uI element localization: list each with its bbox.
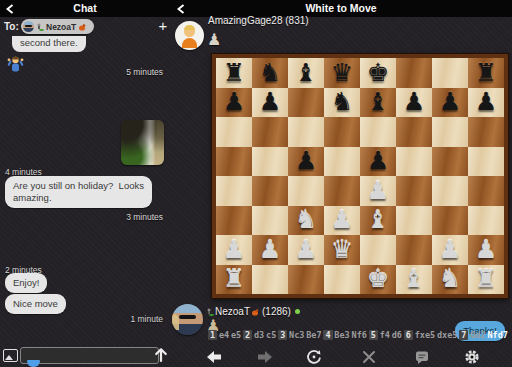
previous-move-icon[interactable] xyxy=(206,349,222,365)
square-h2[interactable]: ♟ xyxy=(468,235,504,265)
white-knight: ♞ xyxy=(439,265,461,293)
white-pawn: ♟ xyxy=(439,236,461,264)
square-f6[interactable] xyxy=(396,117,432,147)
white-queen: ♛ xyxy=(331,236,353,264)
square-e8[interactable]: ♚ xyxy=(360,58,396,88)
square-h7[interactable]: ♟ xyxy=(468,88,504,118)
square-d6[interactable] xyxy=(324,117,360,147)
square-g7[interactable]: ♟ xyxy=(432,88,468,118)
square-e5[interactable]: ♟ xyxy=(360,147,396,177)
square-h6[interactable] xyxy=(468,117,504,147)
move-black: Nf6 xyxy=(352,330,367,340)
turkey-emoji-icon xyxy=(78,23,86,31)
square-g8[interactable] xyxy=(432,58,468,88)
square-g2[interactable]: ♟ xyxy=(432,235,468,265)
move-number: 3 xyxy=(278,330,287,340)
square-d2[interactable]: ♛ xyxy=(324,235,360,265)
white-pawn: ♟ xyxy=(475,236,497,264)
square-e6[interactable] xyxy=(360,117,396,147)
white-rook: ♜ xyxy=(475,265,497,293)
square-g1[interactable]: ♞ xyxy=(432,265,468,295)
chess-app-screen: Chat White to Move To: NezoaT + second t… xyxy=(0,0,512,367)
close-icon[interactable] xyxy=(361,349,377,365)
black-rook: ♜ xyxy=(223,59,245,87)
add-recipient-button[interactable]: + xyxy=(155,17,171,35)
move-black: c5 xyxy=(266,330,276,340)
square-g3[interactable] xyxy=(432,206,468,236)
settings-gear-icon[interactable] xyxy=(464,349,480,365)
square-c3[interactable]: ♞ xyxy=(288,206,324,236)
to-label: To: xyxy=(4,21,19,32)
message-received: Are you still on holiday? Looks amazing. xyxy=(5,176,152,208)
black-knight: ♞ xyxy=(331,88,353,116)
timestamp: 3 minutes xyxy=(33,212,163,222)
square-b2[interactable]: ♟ xyxy=(252,235,288,265)
move-white: e4 xyxy=(219,330,229,340)
move-number: 2 xyxy=(243,330,252,340)
square-a4[interactable] xyxy=(216,176,252,206)
square-h8[interactable]: ♜ xyxy=(468,58,504,88)
move-number: 5 xyxy=(369,330,378,340)
move-number: 6 xyxy=(404,330,413,340)
square-f8[interactable] xyxy=(396,58,432,88)
black-king: ♚ xyxy=(367,59,389,87)
square-b6[interactable] xyxy=(252,117,288,147)
square-e1[interactable]: ♚ xyxy=(360,265,396,295)
white-pawn: ♟ xyxy=(331,206,353,234)
move-number: 4 xyxy=(323,330,332,340)
attach-photo-icon[interactable] xyxy=(3,349,18,362)
message-received: Enjoy! xyxy=(5,273,47,293)
square-f1[interactable]: ♝ xyxy=(396,265,432,295)
square-g4[interactable] xyxy=(432,176,468,206)
square-b8[interactable]: ♞ xyxy=(252,58,288,88)
white-pawn: ♟ xyxy=(223,236,245,264)
bottom-player-rating: (1286) xyxy=(262,306,291,317)
square-c2[interactable]: ♟ xyxy=(288,235,324,265)
square-b7[interactable]: ♟ xyxy=(252,88,288,118)
recipient-name: NezoaT xyxy=(46,22,76,32)
square-b3[interactable] xyxy=(252,206,288,236)
square-a7[interactable]: ♟ xyxy=(216,88,252,118)
square-e7[interactable]: ♝ xyxy=(360,88,396,118)
bottom-player-name-row: NezoaT (1286) xyxy=(206,306,300,317)
black-pawn: ♟ xyxy=(223,88,245,116)
move-white: fxe5 xyxy=(415,330,435,340)
chat-message-input[interactable] xyxy=(20,347,159,364)
square-d1[interactable] xyxy=(324,265,360,295)
chess-board-frame: ♜♞♝♛♚♜♟♟♞♝♟♟♟♟♟♟♞♟♝♟♟♟♛♟♟♜♚♝♞♜ xyxy=(212,54,508,298)
move-black: e5 xyxy=(231,330,241,340)
move-black: dxe5 xyxy=(437,330,457,340)
black-rook: ♜ xyxy=(475,59,497,87)
square-e4[interactable]: ♟ xyxy=(360,176,396,206)
square-a2[interactable]: ♟ xyxy=(216,235,252,265)
square-g6[interactable] xyxy=(432,117,468,147)
white-bishop: ♝ xyxy=(403,265,425,293)
white-pawn: ♟ xyxy=(367,177,389,205)
bottom-player-name: NezoaT xyxy=(215,306,250,317)
black-queen: ♛ xyxy=(331,59,353,87)
square-e2[interactable] xyxy=(360,235,396,265)
square-f2[interactable] xyxy=(396,235,432,265)
text-cursor-handle[interactable] xyxy=(27,360,40,367)
square-d7[interactable]: ♞ xyxy=(324,88,360,118)
square-d3[interactable]: ♟ xyxy=(324,206,360,236)
move-number: 1 xyxy=(208,330,217,340)
move-black: Nfd7 xyxy=(487,330,507,340)
message-received: second there. xyxy=(12,36,86,52)
square-c8[interactable]: ♝ xyxy=(288,58,324,88)
black-pawn: ♟ xyxy=(403,88,425,116)
next-move-icon[interactable] xyxy=(257,349,273,365)
golfer-emoji-icon xyxy=(36,23,44,31)
move-black: Be7 xyxy=(306,330,321,340)
top-player-avatar[interactable] xyxy=(175,21,204,50)
message-received: Nice move xyxy=(5,294,66,314)
chat-panel-title: Chat xyxy=(0,0,170,17)
square-c6[interactable] xyxy=(288,117,324,147)
square-c1[interactable] xyxy=(288,265,324,295)
move-white: d3 xyxy=(254,330,264,340)
black-bishop: ♝ xyxy=(367,88,389,116)
bottom-player-avatar[interactable] xyxy=(172,304,203,335)
square-a6[interactable] xyxy=(216,117,252,147)
black-knight: ♞ xyxy=(259,59,281,87)
square-f7[interactable]: ♟ xyxy=(396,88,432,118)
timestamp: 5 minutes xyxy=(33,67,163,77)
top-player-name: AmazingGage28 (831) xyxy=(208,15,309,26)
square-b1[interactable] xyxy=(252,265,288,295)
square-a5[interactable] xyxy=(216,147,252,177)
recipient-chip[interactable]: NezoaT xyxy=(21,19,94,34)
square-f5[interactable] xyxy=(396,147,432,177)
square-f3[interactable] xyxy=(396,206,432,236)
square-h1[interactable]: ♜ xyxy=(468,265,504,295)
square-b4[interactable] xyxy=(252,176,288,206)
move-white: Be3 xyxy=(334,330,349,340)
white-pawn: ♟ xyxy=(259,236,281,264)
waterfall-photo-message[interactable] xyxy=(121,120,164,165)
top-player-pawn-icon: ♟ xyxy=(207,32,221,48)
send-message-icon[interactable] xyxy=(153,347,169,363)
square-e3[interactable]: ♝ xyxy=(360,206,396,236)
move-number: 7 xyxy=(459,330,468,340)
square-a8[interactable]: ♜ xyxy=(216,58,252,88)
timestamp: 1 minute xyxy=(33,314,163,324)
square-c4[interactable] xyxy=(288,176,324,206)
white-king: ♚ xyxy=(367,265,389,293)
square-d5[interactable] xyxy=(324,147,360,177)
white-bishop: ♝ xyxy=(367,206,389,234)
square-h3[interactable] xyxy=(468,206,504,236)
turkey-emoji-icon xyxy=(251,308,259,316)
square-a1[interactable]: ♜ xyxy=(216,265,252,295)
black-pawn: ♟ xyxy=(367,147,389,175)
black-pawn: ♟ xyxy=(439,88,461,116)
square-h5[interactable] xyxy=(468,147,504,177)
square-h4[interactable] xyxy=(468,176,504,206)
move-white: Nc3 xyxy=(289,330,304,340)
move-white: Qd2 xyxy=(470,330,485,340)
chess-board: ♜♞♝♛♚♜♟♟♞♝♟♟♟♟♟♟♞♟♝♟♟♟♛♟♟♜♚♝♞♜ xyxy=(216,58,504,294)
square-b5[interactable] xyxy=(252,147,288,177)
white-rook: ♜ xyxy=(223,265,245,293)
move-list: 1e4e52d3c53Nc3Be74Be3Nf65f4d66fxe5dxe57Q… xyxy=(208,328,508,341)
square-g5[interactable] xyxy=(432,147,468,177)
white-pawn: ♟ xyxy=(295,236,317,264)
square-a3[interactable] xyxy=(216,206,252,236)
square-c5[interactable]: ♟ xyxy=(288,147,324,177)
move-black: d6 xyxy=(392,330,402,340)
square-d4[interactable] xyxy=(324,176,360,206)
square-d8[interactable]: ♛ xyxy=(324,58,360,88)
recipient-avatar xyxy=(23,21,34,32)
shrug-emoji-icon xyxy=(7,55,24,73)
black-pawn: ♟ xyxy=(259,88,281,116)
white-knight: ♞ xyxy=(295,206,317,234)
golfer-emoji-icon xyxy=(206,308,214,316)
square-c7[interactable] xyxy=(288,88,324,118)
chat-toggle-icon[interactable] xyxy=(414,349,430,365)
move-white: f4 xyxy=(380,330,390,340)
black-pawn: ♟ xyxy=(295,147,317,175)
black-pawn: ♟ xyxy=(475,88,497,116)
square-f4[interactable] xyxy=(396,176,432,206)
replay-history-icon[interactable] xyxy=(306,349,322,365)
online-status-dot xyxy=(295,309,300,314)
black-bishop: ♝ xyxy=(295,59,317,87)
